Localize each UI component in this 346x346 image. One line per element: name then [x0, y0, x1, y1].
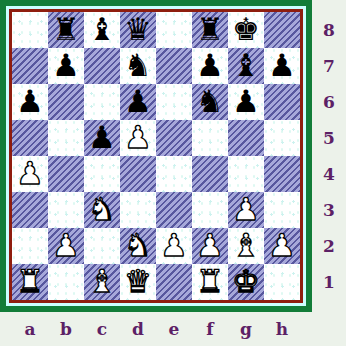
piece-black-knight[interactable]: ♞ [124, 50, 152, 81]
square-c3[interactable]: ♞ [84, 192, 120, 228]
piece-white-pawn[interactable]: ♟ [232, 194, 260, 225]
piece-black-pawn[interactable]: ♟ [16, 86, 44, 117]
file-label-h: h [264, 312, 300, 346]
board-frame-inner: ♜♝♛♜♚♟♞♟♝♟♟♟♞♟♟♟♟♞♟♟♞♟♟♝♟♜♝♛♜♚ [9, 9, 303, 303]
square-a5[interactable] [12, 120, 48, 156]
piece-white-pawn[interactable]: ♟ [196, 230, 224, 261]
piece-white-pawn[interactable]: ♟ [268, 230, 296, 261]
file-label-g: g [228, 312, 264, 346]
square-e1[interactable] [156, 264, 192, 300]
chess-diagram: ♜♝♛♜♚♟♞♟♝♟♟♟♞♟♟♟♟♞♟♟♞♟♟♝♟♜♝♛♜♚ 87654321 … [0, 0, 346, 346]
rank-label-7: 7 [312, 48, 346, 84]
file-label-f: f [192, 312, 228, 346]
piece-black-pawn[interactable]: ♟ [88, 122, 116, 153]
square-d5[interactable]: ♟ [120, 120, 156, 156]
square-f3[interactable] [192, 192, 228, 228]
square-a6[interactable]: ♟ [12, 84, 48, 120]
square-d2[interactable]: ♞ [120, 228, 156, 264]
piece-black-pawn[interactable]: ♟ [268, 50, 296, 81]
square-h6[interactable] [264, 84, 300, 120]
square-h8[interactable] [264, 12, 300, 48]
rank-label-8: 8 [312, 12, 346, 48]
rank-label-3: 3 [312, 192, 346, 228]
piece-black-king[interactable]: ♚ [232, 14, 260, 45]
piece-black-bishop[interactable]: ♝ [88, 14, 116, 45]
piece-white-queen[interactable]: ♛ [124, 266, 152, 297]
piece-black-rook[interactable]: ♜ [196, 14, 224, 45]
file-label-a: a [12, 312, 48, 346]
piece-white-bishop[interactable]: ♝ [88, 266, 116, 297]
chess-board: ♜♝♛♜♚♟♞♟♝♟♟♟♞♟♟♟♟♞♟♟♞♟♟♝♟♜♝♛♜♚ [12, 12, 300, 300]
square-e3[interactable] [156, 192, 192, 228]
piece-black-pawn[interactable]: ♟ [124, 86, 152, 117]
square-a4[interactable]: ♟ [12, 156, 48, 192]
rank-label-6: 6 [312, 84, 346, 120]
square-h5[interactable] [264, 120, 300, 156]
piece-white-bishop[interactable]: ♝ [232, 230, 260, 261]
piece-black-bishop[interactable]: ♝ [232, 50, 260, 81]
piece-black-pawn[interactable]: ♟ [52, 50, 80, 81]
square-a3[interactable] [12, 192, 48, 228]
square-a7[interactable] [12, 48, 48, 84]
square-g2[interactable]: ♝ [228, 228, 264, 264]
square-h1[interactable] [264, 264, 300, 300]
square-a2[interactable] [12, 228, 48, 264]
square-f4[interactable] [192, 156, 228, 192]
square-d8[interactable]: ♛ [120, 12, 156, 48]
square-g6[interactable]: ♟ [228, 84, 264, 120]
square-c1[interactable]: ♝ [84, 264, 120, 300]
file-label-b: b [48, 312, 84, 346]
square-e6[interactable] [156, 84, 192, 120]
piece-black-pawn[interactable]: ♟ [232, 86, 260, 117]
square-b5[interactable] [48, 120, 84, 156]
board-frame-middle: ♜♝♛♜♚♟♞♟♝♟♟♟♞♟♟♟♟♞♟♟♞♟♟♝♟♜♝♛♜♚ [6, 6, 306, 306]
square-a8[interactable] [12, 12, 48, 48]
file-label-e: e [156, 312, 192, 346]
rank-coordinates: 87654321 [312, 12, 346, 300]
square-g4[interactable] [228, 156, 264, 192]
square-h7[interactable]: ♟ [264, 48, 300, 84]
square-b7[interactable]: ♟ [48, 48, 84, 84]
square-e7[interactable] [156, 48, 192, 84]
square-f5[interactable] [192, 120, 228, 156]
piece-black-rook[interactable]: ♜ [52, 14, 80, 45]
rank-label-2: 2 [312, 228, 346, 264]
square-d4[interactable] [120, 156, 156, 192]
square-b2[interactable]: ♟ [48, 228, 84, 264]
piece-white-pawn[interactable]: ♟ [16, 158, 44, 189]
square-d6[interactable]: ♟ [120, 84, 156, 120]
square-g7[interactable]: ♝ [228, 48, 264, 84]
piece-white-rook[interactable]: ♜ [196, 266, 224, 297]
piece-black-pawn[interactable]: ♟ [196, 50, 224, 81]
square-b4[interactable] [48, 156, 84, 192]
square-d7[interactable]: ♞ [120, 48, 156, 84]
square-c6[interactable] [84, 84, 120, 120]
square-b8[interactable]: ♜ [48, 12, 84, 48]
square-f8[interactable]: ♜ [192, 12, 228, 48]
square-h3[interactable] [264, 192, 300, 228]
square-c7[interactable] [84, 48, 120, 84]
square-b1[interactable] [48, 264, 84, 300]
square-c5[interactable]: ♟ [84, 120, 120, 156]
square-g3[interactable]: ♟ [228, 192, 264, 228]
piece-white-pawn[interactable]: ♟ [52, 230, 80, 261]
rank-label-4: 4 [312, 156, 346, 192]
square-g8[interactable]: ♚ [228, 12, 264, 48]
piece-white-knight[interactable]: ♞ [124, 230, 152, 261]
piece-white-knight[interactable]: ♞ [88, 194, 116, 225]
file-label-d: d [120, 312, 156, 346]
square-f6[interactable]: ♞ [192, 84, 228, 120]
square-f7[interactable]: ♟ [192, 48, 228, 84]
piece-white-rook[interactable]: ♜ [16, 266, 44, 297]
square-g5[interactable] [228, 120, 264, 156]
square-a1[interactable]: ♜ [12, 264, 48, 300]
square-b3[interactable] [48, 192, 84, 228]
square-d3[interactable] [120, 192, 156, 228]
piece-white-pawn[interactable]: ♟ [160, 230, 188, 261]
square-e4[interactable] [156, 156, 192, 192]
square-g1[interactable]: ♚ [228, 264, 264, 300]
piece-black-queen[interactable]: ♛ [124, 14, 152, 45]
file-label-c: c [84, 312, 120, 346]
square-e8[interactable] [156, 12, 192, 48]
square-c4[interactable] [84, 156, 120, 192]
square-e5[interactable] [156, 120, 192, 156]
square-f1[interactable]: ♜ [192, 264, 228, 300]
square-b6[interactable] [48, 84, 84, 120]
square-c8[interactable]: ♝ [84, 12, 120, 48]
board-frame-outer: ♜♝♛♜♚♟♞♟♝♟♟♟♞♟♟♟♟♞♟♟♞♟♟♝♟♜♝♛♜♚ [0, 0, 312, 312]
square-h2[interactable]: ♟ [264, 228, 300, 264]
square-e2[interactable]: ♟ [156, 228, 192, 264]
piece-black-knight[interactable]: ♞ [196, 86, 224, 117]
piece-white-king[interactable]: ♚ [232, 266, 260, 297]
square-f2[interactable]: ♟ [192, 228, 228, 264]
rank-label-5: 5 [312, 120, 346, 156]
file-coordinates: abcdefgh [12, 312, 300, 346]
square-d1[interactable]: ♛ [120, 264, 156, 300]
square-c2[interactable] [84, 228, 120, 264]
piece-white-pawn[interactable]: ♟ [124, 122, 152, 153]
rank-label-1: 1 [312, 264, 346, 300]
square-h4[interactable] [264, 156, 300, 192]
